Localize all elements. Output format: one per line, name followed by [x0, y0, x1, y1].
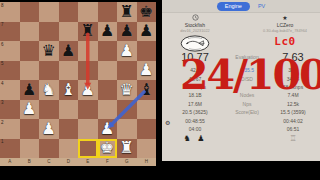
stat-row: 17.6MNps12.5k [162, 100, 320, 108]
file-label: D [59, 158, 79, 166]
square-c4[interactable]: ♞ [39, 80, 59, 100]
square-a3[interactable]: 3 [0, 100, 20, 120]
square-b7[interactable] [20, 22, 40, 42]
square-d1[interactable] [59, 139, 79, 159]
file-label: C [39, 158, 59, 166]
square-a4[interactable]: 4 [0, 80, 20, 100]
square-h6[interactable] [137, 41, 157, 61]
rank-label: 5 [1, 61, 4, 66]
engine-name: LCZero [257, 22, 313, 28]
square-f1[interactable]: ♚ [98, 139, 118, 159]
rank-label: 4 [1, 81, 4, 86]
square-h3[interactable] [137, 100, 157, 120]
square-a5[interactable]: 5 [0, 61, 20, 81]
square-b5[interactable] [20, 61, 40, 81]
square-f5[interactable] [98, 61, 118, 81]
piece-white-pawn[interactable]: ♟ [39, 119, 59, 139]
square-e7[interactable]: ♜ [78, 22, 98, 42]
square-c2[interactable]: ♟ [39, 119, 59, 139]
square-e5[interactable] [78, 61, 98, 81]
stat-label: Score(Elo) [228, 109, 266, 115]
lc0-logo: Lc0 [257, 36, 313, 47]
piece-black-queen[interactable]: ♛ [39, 41, 59, 61]
square-g6[interactable]: ♟ [117, 41, 137, 61]
tab-bar: Engine PV [162, 0, 320, 13]
piece-black-pawn[interactable]: ♟ [98, 22, 118, 42]
piece-white-queen[interactable]: ♛ [117, 80, 137, 100]
square-h4[interactable]: ♝ [137, 80, 157, 100]
square-c5[interactable] [39, 61, 59, 81]
app-window: 8♜♚7♜♟♟♟6♛♟♟5♟4♟♞♝♟♛♝3♟2♟♟1♚♜ ABCDEFGH E… [0, 0, 320, 180]
square-f7[interactable]: ♟ [98, 22, 118, 42]
captured-pieces-left: ♞ ♟ [162, 134, 228, 143]
file-label: A [0, 158, 20, 166]
piece-black-pawn[interactable]: ♟ [20, 80, 40, 100]
piece-white-knight[interactable]: ♞ [39, 80, 59, 100]
stat-value-right: 06:51 [266, 126, 320, 132]
square-d4[interactable]: ♝ [59, 80, 79, 100]
stat-value-right: 00:44:02 [266, 118, 320, 124]
square-f3[interactable] [98, 100, 118, 120]
square-g7[interactable]: ♟ [117, 22, 137, 42]
rank-label: 1 [1, 139, 4, 144]
square-e3[interactable] [78, 100, 98, 120]
file-label: F [98, 158, 118, 166]
piece-black-pawn[interactable]: ♟ [59, 41, 79, 61]
piece-white-rook[interactable]: ♜ [117, 139, 137, 159]
square-h5[interactable]: ♟ [137, 61, 157, 81]
square-d8[interactable] [59, 2, 79, 22]
square-a2[interactable]: 2 [0, 119, 20, 139]
star-icon: ★ [282, 14, 287, 21]
square-g3[interactable] [117, 100, 137, 120]
square-h7[interactable]: ♟ [137, 22, 157, 42]
engine-header-stockfish: Stockfish dev16_20231022 [162, 14, 228, 56]
square-e4[interactable]: ♟ [78, 80, 98, 100]
tab-pv[interactable]: PV [258, 3, 265, 9]
piece-white-pawn[interactable]: ♟ [78, 80, 98, 100]
square-a1[interactable]: 1 [0, 139, 20, 159]
square-b3[interactable]: ♟ [20, 100, 40, 120]
square-c7[interactable] [39, 22, 59, 42]
square-d2[interactable] [59, 119, 79, 139]
piece-black-rook[interactable]: ♜ [117, 2, 137, 22]
file-labels-strip: ABCDEFGH [0, 158, 156, 166]
engine-version: 0.30-dag-bab47e_784964 [258, 28, 311, 33]
piece-white-king[interactable]: ♚ [98, 139, 118, 159]
square-f4[interactable] [98, 80, 118, 100]
square-e8[interactable] [78, 2, 98, 22]
square-b8[interactable] [20, 2, 40, 22]
square-b4[interactable]: ♟ [20, 80, 40, 100]
piece-white-pawn[interactable]: ♟ [98, 119, 118, 139]
piece-black-king[interactable]: ♚ [137, 2, 157, 22]
gear-icon[interactable]: ⚙ [165, 120, 170, 126]
stat-row: 20.5 (3625)Score(Elo)15.5 (3599) [162, 108, 320, 116]
square-c6[interactable]: ♛ [39, 41, 59, 61]
square-e1[interactable] [78, 139, 98, 159]
rank-label: 6 [1, 42, 4, 47]
engine-version: dev16_20231022 [164, 28, 227, 33]
engine-header-lczero: ★ LCZero 0.30-dag-bab47e_784964 Lc0 [257, 14, 313, 47]
captured-pieces-right: ♖ [266, 134, 320, 143]
square-b6[interactable] [20, 41, 40, 61]
square-a8[interactable]: 8 [0, 2, 20, 22]
file-label: G [117, 158, 137, 166]
square-h1[interactable] [137, 139, 157, 159]
chess-board[interactable]: 8♜♚7♜♟♟♟6♛♟♟5♟4♟♞♝♟♛♝3♟2♟♟1♚♜ [0, 2, 156, 158]
square-d3[interactable] [59, 100, 79, 120]
square-e2[interactable] [78, 119, 98, 139]
stat-label: Nps [228, 101, 266, 107]
square-a7[interactable]: 7 [0, 22, 20, 42]
captured-pieces-row: ♞ ♟ ♖ [162, 134, 320, 143]
square-c3[interactable] [39, 100, 59, 120]
square-h2[interactable] [137, 119, 157, 139]
overlay-score-text: 24/100 [180, 55, 320, 96]
piece-white-pawn[interactable]: ♟ [20, 100, 40, 120]
square-d7[interactable] [59, 22, 79, 42]
square-g8[interactable]: ♜ [117, 2, 137, 22]
square-b2[interactable] [20, 119, 40, 139]
stat-value-left: 00:48:55 [162, 118, 228, 124]
square-g1[interactable]: ♜ [117, 139, 137, 159]
square-f6[interactable] [98, 41, 118, 61]
piece-white-bishop[interactable]: ♝ [59, 80, 79, 100]
rank-label: 2 [1, 120, 4, 125]
square-f8[interactable] [98, 2, 118, 22]
square-g2[interactable] [117, 119, 137, 139]
clock-icon [162, 14, 228, 21]
piece-white-pawn[interactable]: ♟ [137, 61, 157, 81]
rank-label: 8 [1, 3, 4, 8]
square-c8[interactable] [39, 2, 59, 22]
stat-value-right: 15.5 (3599) [266, 109, 320, 115]
piece-black-pawn[interactable]: ♟ [117, 22, 137, 42]
stat-value-left: 17.6M [162, 101, 228, 107]
file-label: H [137, 158, 157, 166]
square-g5[interactable] [117, 61, 137, 81]
square-a6[interactable]: 6 [0, 41, 20, 61]
piece-black-rook[interactable]: ♜ [78, 22, 98, 42]
square-h8[interactable]: ♚ [137, 2, 157, 22]
square-e6[interactable] [78, 41, 98, 61]
rank-label: 3 [1, 100, 4, 105]
file-label: B [20, 158, 40, 166]
piece-black-bishop[interactable]: ♝ [137, 80, 157, 100]
piece-white-pawn[interactable]: ♟ [117, 41, 137, 61]
tab-engine[interactable]: Engine [217, 2, 250, 11]
square-b1[interactable] [20, 139, 40, 159]
stat-value-left: 04:00 [162, 126, 228, 132]
stat-value-left: 20.5 (3625) [162, 109, 228, 115]
piece-black-pawn[interactable]: ♟ [137, 22, 157, 42]
square-c1[interactable] [39, 139, 59, 159]
stat-value-right: 12.5k [266, 101, 320, 107]
engine-name: Stockfish [162, 22, 228, 28]
stat-row: 04:0006:51 [162, 125, 320, 133]
square-g4[interactable]: ♛ [117, 80, 137, 100]
square-d6[interactable]: ♟ [59, 41, 79, 61]
stat-row: 00:48:5500:44:02 [162, 116, 320, 124]
square-d5[interactable] [59, 61, 79, 81]
rank-label: 7 [1, 22, 4, 27]
file-label: E [78, 158, 98, 166]
square-f2[interactable]: ♟ [98, 119, 118, 139]
